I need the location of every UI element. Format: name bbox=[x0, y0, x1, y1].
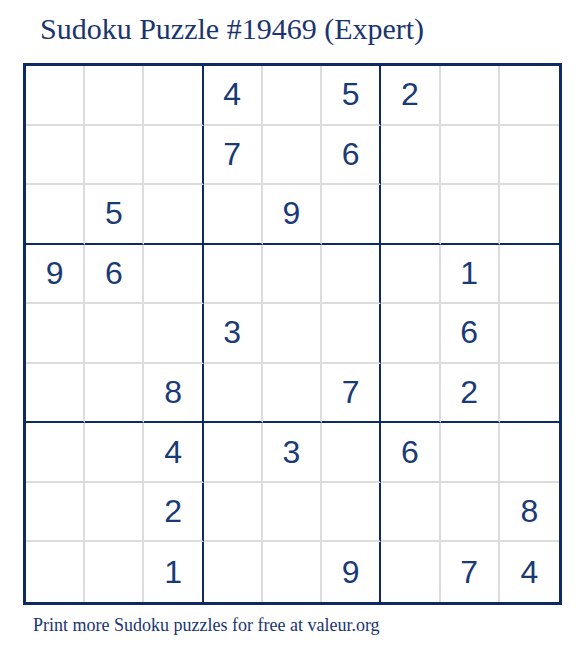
cell-r2c9-empty[interactable] bbox=[500, 126, 559, 186]
cell-r7c5-given: 3 bbox=[263, 423, 322, 483]
cell-r7c3-given: 4 bbox=[144, 423, 203, 483]
cell-r1c9-empty[interactable] bbox=[500, 66, 559, 126]
cell-r8c3-given: 2 bbox=[144, 483, 203, 543]
cell-r6c9-empty[interactable] bbox=[500, 364, 559, 424]
cell-r6c7-empty[interactable] bbox=[381, 364, 440, 424]
cell-r3c4-empty[interactable] bbox=[204, 185, 263, 245]
cell-r3c7-empty[interactable] bbox=[381, 185, 440, 245]
cell-r9c1-empty[interactable] bbox=[26, 542, 85, 602]
cell-r9c8-given: 7 bbox=[441, 542, 500, 602]
cell-r1c4-given: 4 bbox=[204, 66, 263, 126]
cell-r3c8-empty[interactable] bbox=[441, 185, 500, 245]
cell-r3c1-empty[interactable] bbox=[26, 185, 85, 245]
cell-r2c7-empty[interactable] bbox=[381, 126, 440, 186]
cell-r7c8-empty[interactable] bbox=[441, 423, 500, 483]
cell-r2c4-given: 7 bbox=[204, 126, 263, 186]
cell-r4c7-empty[interactable] bbox=[381, 245, 440, 305]
cell-r2c5-empty[interactable] bbox=[263, 126, 322, 186]
cell-r1c3-empty[interactable] bbox=[144, 66, 203, 126]
cell-r8c4-empty[interactable] bbox=[204, 483, 263, 543]
cell-r5c2-empty[interactable] bbox=[85, 304, 144, 364]
cell-r5c1-empty[interactable] bbox=[26, 304, 85, 364]
cell-r5c3-empty[interactable] bbox=[144, 304, 203, 364]
cell-r2c3-empty[interactable] bbox=[144, 126, 203, 186]
cell-r3c6-empty[interactable] bbox=[322, 185, 381, 245]
cell-r7c6-empty[interactable] bbox=[322, 423, 381, 483]
cell-r9c6-given: 9 bbox=[322, 542, 381, 602]
cell-r1c6-given: 5 bbox=[322, 66, 381, 126]
cell-r4c6-empty[interactable] bbox=[322, 245, 381, 305]
cell-r5c7-empty[interactable] bbox=[381, 304, 440, 364]
cell-r4c4-empty[interactable] bbox=[204, 245, 263, 305]
cell-r1c5-empty[interactable] bbox=[263, 66, 322, 126]
cell-r5c4-given: 3 bbox=[204, 304, 263, 364]
cell-r9c7-empty[interactable] bbox=[381, 542, 440, 602]
cell-r2c2-empty[interactable] bbox=[85, 126, 144, 186]
cell-r9c3-given: 1 bbox=[144, 542, 203, 602]
cell-r3c5-given: 9 bbox=[263, 185, 322, 245]
cell-r5c5-empty[interactable] bbox=[263, 304, 322, 364]
cell-r4c2-given: 6 bbox=[85, 245, 144, 305]
cell-r1c2-empty[interactable] bbox=[85, 66, 144, 126]
cell-r8c5-empty[interactable] bbox=[263, 483, 322, 543]
cell-r4c9-empty[interactable] bbox=[500, 245, 559, 305]
cell-r5c8-given: 6 bbox=[441, 304, 500, 364]
cell-r5c6-empty[interactable] bbox=[322, 304, 381, 364]
cell-r5c9-empty[interactable] bbox=[500, 304, 559, 364]
cell-r7c9-empty[interactable] bbox=[500, 423, 559, 483]
cell-r6c8-given: 2 bbox=[441, 364, 500, 424]
cell-r9c4-empty[interactable] bbox=[204, 542, 263, 602]
cell-r4c8-given: 1 bbox=[441, 245, 500, 305]
cell-r9c9-given: 4 bbox=[500, 542, 559, 602]
cell-r6c5-empty[interactable] bbox=[263, 364, 322, 424]
cell-r8c2-empty[interactable] bbox=[85, 483, 144, 543]
cell-r7c1-empty[interactable] bbox=[26, 423, 85, 483]
cell-r8c9-given: 8 bbox=[500, 483, 559, 543]
cell-r6c1-empty[interactable] bbox=[26, 364, 85, 424]
cell-r8c6-empty[interactable] bbox=[322, 483, 381, 543]
cell-r1c8-empty[interactable] bbox=[441, 66, 500, 126]
cell-r7c2-empty[interactable] bbox=[85, 423, 144, 483]
cell-r8c1-empty[interactable] bbox=[26, 483, 85, 543]
cell-r7c4-empty[interactable] bbox=[204, 423, 263, 483]
cell-r9c2-empty[interactable] bbox=[85, 542, 144, 602]
cell-r4c1-given: 9 bbox=[26, 245, 85, 305]
page-title: Sudoku Puzzle #19469 (Expert) bbox=[40, 12, 424, 46]
cell-r2c1-empty[interactable] bbox=[26, 126, 85, 186]
cell-r4c3-empty[interactable] bbox=[144, 245, 203, 305]
cell-r3c9-empty[interactable] bbox=[500, 185, 559, 245]
cell-r2c6-given: 6 bbox=[322, 126, 381, 186]
cell-r6c2-empty[interactable] bbox=[85, 364, 144, 424]
cell-r1c1-empty[interactable] bbox=[26, 66, 85, 126]
cell-r8c7-empty[interactable] bbox=[381, 483, 440, 543]
cell-r9c5-empty[interactable] bbox=[263, 542, 322, 602]
cell-r1c7-given: 2 bbox=[381, 66, 440, 126]
cell-r6c4-empty[interactable] bbox=[204, 364, 263, 424]
footer-credit: Print more Sudoku puzzles for free at va… bbox=[33, 613, 380, 637]
cell-r7c7-given: 6 bbox=[381, 423, 440, 483]
cell-r3c2-given: 5 bbox=[85, 185, 144, 245]
cell-r6c6-given: 7 bbox=[322, 364, 381, 424]
cell-r6c3-given: 8 bbox=[144, 364, 203, 424]
cell-r4c5-empty[interactable] bbox=[263, 245, 322, 305]
sudoku-board: 452765996136872436281974 bbox=[23, 63, 562, 605]
cell-r8c8-empty[interactable] bbox=[441, 483, 500, 543]
cell-r3c3-empty[interactable] bbox=[144, 185, 203, 245]
cell-r2c8-empty[interactable] bbox=[441, 126, 500, 186]
